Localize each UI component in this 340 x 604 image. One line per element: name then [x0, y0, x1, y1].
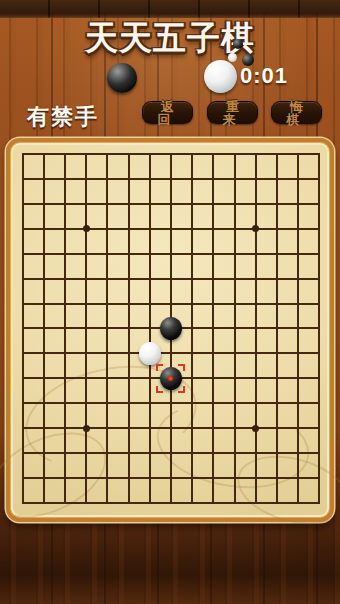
- white-stone: [139, 342, 161, 365]
- title-deco-white-stone-icon: [228, 53, 237, 62]
- black-stone: [160, 317, 182, 340]
- back-button[interactable]: 返回: [142, 101, 193, 124]
- star-point: [83, 225, 90, 232]
- gomoku-board[interactable]: [6, 138, 334, 522]
- white-player-stone-icon: [204, 60, 237, 93]
- grid-line-horizontal: [22, 502, 321, 504]
- move-timer: 0:01: [240, 63, 288, 89]
- star-point: [252, 425, 259, 432]
- black-stone: [160, 367, 182, 390]
- star-point: [83, 425, 90, 432]
- forbidden-rule-label: 有禁手: [27, 102, 99, 132]
- last-move-dot: [168, 376, 173, 381]
- grid-line-vertical: [297, 153, 299, 503]
- title-deco-black-stone-icon: [233, 39, 243, 49]
- grid-line-horizontal: [22, 477, 321, 479]
- gomoku-app-window: 天天五子棋 0:01 有禁手 返回 重来 悔棋: [0, 0, 340, 604]
- marker-corner-icon: [178, 364, 185, 371]
- restart-button[interactable]: 重来: [207, 101, 258, 124]
- grid-line-vertical: [318, 153, 320, 503]
- marker-corner-icon: [178, 386, 185, 393]
- star-point: [252, 225, 259, 232]
- app-title: 天天五子棋: [0, 16, 340, 61]
- board-grid[interactable]: [23, 154, 320, 502]
- undo-button[interactable]: 悔棋: [271, 101, 322, 124]
- black-player-stone-icon: [107, 63, 137, 93]
- grid-line-horizontal: [22, 452, 321, 454]
